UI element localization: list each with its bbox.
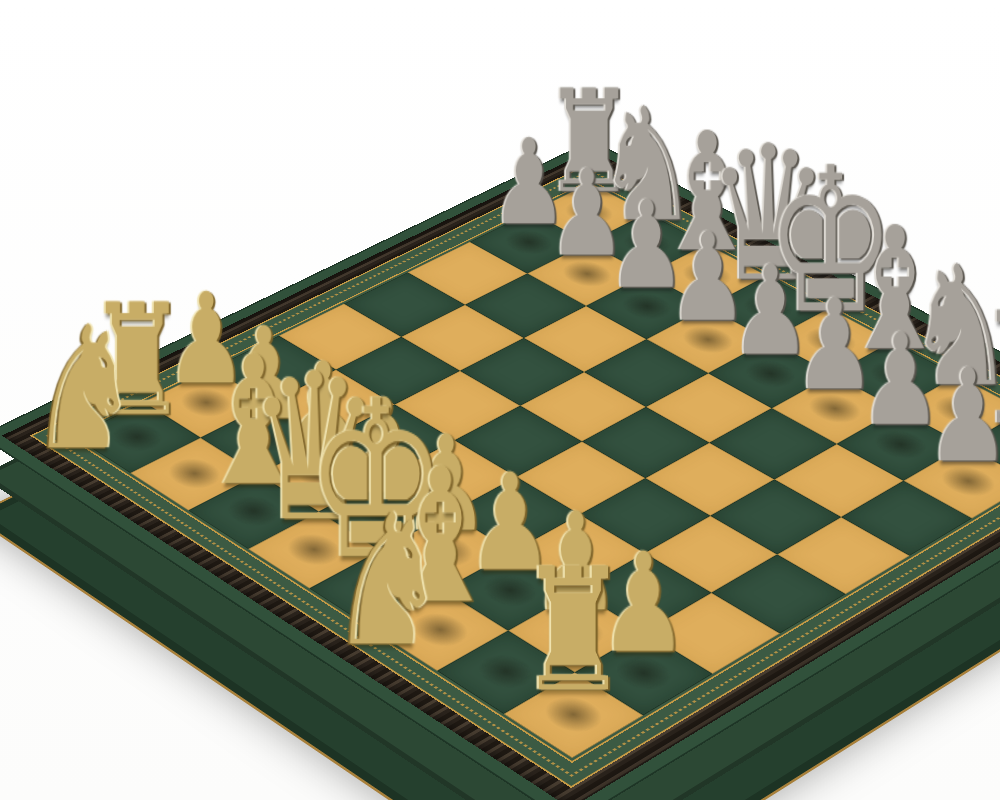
- product-photo-stage: ♜♞♝♛♚♝♞♜♟♟♟♟♟♟♟♟♟♟♟♟♟♟♟♟♜♞♝♛♚♝♞♜: [0, 0, 1000, 800]
- piece-black-pawn[interactable]: ♟: [926, 353, 1000, 482]
- piece-white-knight[interactable]: ♞: [29, 303, 140, 473]
- piece-white-knight[interactable]: ♞: [328, 490, 446, 672]
- square-h5[interactable]: [777, 517, 910, 594]
- square-h1[interactable]: ♜: [504, 672, 644, 758]
- piece-white-rook[interactable]: ♜: [518, 545, 628, 715]
